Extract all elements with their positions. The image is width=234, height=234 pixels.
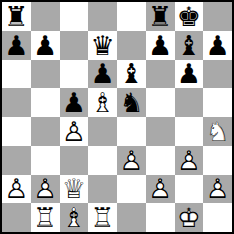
piece-outline-layer: ♙	[203, 175, 232, 204]
square-b4[interactable]	[31, 117, 60, 146]
square-b7[interactable]: ♟	[31, 31, 60, 60]
black-pawn[interactable]: ♟	[60, 88, 89, 117]
square-f6[interactable]	[146, 60, 175, 89]
square-e4[interactable]	[117, 117, 146, 146]
white-pawn[interactable]: ♟♙	[31, 175, 60, 204]
square-g7[interactable]: ♝	[175, 31, 204, 60]
piece-glyph: ♟	[60, 88, 89, 117]
piece-outline-layer: ♖	[88, 203, 117, 232]
square-f3[interactable]	[146, 146, 175, 175]
piece-outline-layer: ♙	[117, 146, 146, 175]
square-g3[interactable]: ♟♙	[175, 146, 204, 175]
piece-fill-layer: ♚	[175, 203, 204, 232]
white-pawn[interactable]: ♟♙	[60, 117, 89, 146]
black-pawn[interactable]: ♟	[175, 60, 204, 89]
black-pawn[interactable]: ♟	[88, 60, 117, 89]
black-pawn[interactable]: ♟	[146, 31, 175, 60]
piece-fill-layer: ♟	[117, 146, 146, 175]
piece-glyph: ♟	[2, 31, 31, 60]
square-h1[interactable]	[203, 203, 232, 232]
piece-fill-layer: ♝	[60, 203, 89, 232]
white-bishop[interactable]: ♝♗	[88, 88, 117, 117]
piece-glyph: ♟	[203, 31, 232, 60]
white-king[interactable]: ♚♔	[175, 203, 204, 232]
square-f5[interactable]	[146, 88, 175, 117]
piece-glyph: ♟	[31, 31, 60, 60]
black-knight[interactable]: ♞	[117, 88, 146, 117]
square-e1[interactable]	[117, 203, 146, 232]
square-d1[interactable]: ♜♖	[88, 203, 117, 232]
square-b8[interactable]	[31, 2, 60, 31]
piece-fill-layer: ♜	[31, 203, 60, 232]
piece-glyph: ♚	[175, 2, 204, 31]
square-a7[interactable]: ♟	[2, 31, 31, 60]
square-a1[interactable]	[2, 203, 31, 232]
square-g1[interactable]: ♚♔	[175, 203, 204, 232]
square-e5[interactable]: ♞	[117, 88, 146, 117]
square-f7[interactable]: ♟	[146, 31, 175, 60]
square-h4[interactable]: ♞♘	[203, 117, 232, 146]
square-d2[interactable]	[88, 175, 117, 204]
piece-fill-layer: ♟	[203, 175, 232, 204]
piece-fill-layer: ♟	[31, 175, 60, 204]
square-h6[interactable]	[203, 60, 232, 89]
square-e8[interactable]	[117, 2, 146, 31]
square-c2[interactable]: ♛♕	[60, 175, 89, 204]
square-d3[interactable]	[88, 146, 117, 175]
piece-outline-layer: ♔	[175, 203, 204, 232]
piece-outline-layer: ♙	[146, 175, 175, 204]
square-a6[interactable]	[2, 60, 31, 89]
square-e7[interactable]	[117, 31, 146, 60]
square-c6[interactable]	[60, 60, 89, 89]
white-knight[interactable]: ♞♘	[203, 117, 232, 146]
square-f8[interactable]: ♜	[146, 2, 175, 31]
piece-outline-layer: ♖	[31, 203, 60, 232]
white-pawn[interactable]: ♟♙	[175, 146, 204, 175]
piece-glyph: ♝	[117, 60, 146, 89]
square-f2[interactable]: ♟♙	[146, 175, 175, 204]
white-bishop[interactable]: ♝♗	[60, 203, 89, 232]
square-c8[interactable]	[60, 2, 89, 31]
square-a4[interactable]	[2, 117, 31, 146]
piece-fill-layer: ♟	[2, 175, 31, 204]
square-a2[interactable]: ♟♙	[2, 175, 31, 204]
piece-glyph: ♝	[175, 31, 204, 60]
square-c7[interactable]	[60, 31, 89, 60]
white-pawn[interactable]: ♟♙	[2, 175, 31, 204]
white-pawn[interactable]: ♟♙	[146, 175, 175, 204]
square-g2[interactable]	[175, 175, 204, 204]
square-c4[interactable]: ♟♙	[60, 117, 89, 146]
black-pawn[interactable]: ♟	[31, 31, 60, 60]
black-pawn[interactable]: ♟	[2, 31, 31, 60]
square-h3[interactable]	[203, 146, 232, 175]
piece-glyph: ♟	[88, 60, 117, 89]
white-pawn[interactable]: ♟♙	[117, 146, 146, 175]
piece-glyph: ♛	[88, 31, 117, 60]
piece-outline-layer: ♕	[60, 175, 89, 204]
piece-glyph: ♞	[117, 88, 146, 117]
white-rook[interactable]: ♜♖	[88, 203, 117, 232]
square-c3[interactable]	[60, 146, 89, 175]
square-d5[interactable]: ♝♗	[88, 88, 117, 117]
piece-fill-layer: ♞	[203, 117, 232, 146]
white-queen[interactable]: ♛♕	[60, 175, 89, 204]
square-g6[interactable]: ♟	[175, 60, 204, 89]
square-b6[interactable]	[31, 60, 60, 89]
piece-fill-layer: ♜	[88, 203, 117, 232]
square-h8[interactable]	[203, 2, 232, 31]
square-g8[interactable]: ♚	[175, 2, 204, 31]
square-b3[interactable]	[31, 146, 60, 175]
square-c5[interactable]: ♟	[60, 88, 89, 117]
black-bishop[interactable]: ♝	[117, 60, 146, 89]
square-h7[interactable]: ♟	[203, 31, 232, 60]
piece-glyph: ♜	[146, 2, 175, 31]
black-king[interactable]: ♚	[175, 2, 204, 31]
square-f4[interactable]	[146, 117, 175, 146]
piece-outline-layer: ♙	[31, 175, 60, 204]
piece-fill-layer: ♟	[146, 175, 175, 204]
square-a8[interactable]: ♜	[2, 2, 31, 31]
square-a3[interactable]	[2, 146, 31, 175]
piece-glyph: ♟	[146, 31, 175, 60]
square-g5[interactable]	[175, 88, 204, 117]
piece-outline-layer: ♗	[88, 88, 117, 117]
square-b2[interactable]: ♟♙	[31, 175, 60, 204]
square-b5[interactable]	[31, 88, 60, 117]
square-h2[interactable]: ♟♙	[203, 175, 232, 204]
piece-fill-layer: ♟	[60, 117, 89, 146]
square-b1[interactable]: ♜♖	[31, 203, 60, 232]
piece-outline-layer: ♘	[203, 117, 232, 146]
square-d7[interactable]: ♛	[88, 31, 117, 60]
black-queen[interactable]: ♛	[88, 31, 117, 60]
piece-fill-layer: ♛	[60, 175, 89, 204]
white-rook[interactable]: ♜♖	[31, 203, 60, 232]
black-pawn[interactable]: ♟	[203, 31, 232, 60]
square-c1[interactable]: ♝♗	[60, 203, 89, 232]
square-e6[interactable]: ♝	[117, 60, 146, 89]
black-rook[interactable]: ♜	[146, 2, 175, 31]
piece-outline-layer: ♗	[60, 203, 89, 232]
piece-outline-layer: ♙	[60, 117, 89, 146]
square-e2[interactable]	[117, 175, 146, 204]
piece-outline-layer: ♙	[2, 175, 31, 204]
square-h5[interactable]	[203, 88, 232, 117]
square-f1[interactable]	[146, 203, 175, 232]
white-pawn[interactable]: ♟♙	[203, 175, 232, 204]
piece-glyph: ♜	[2, 2, 31, 31]
chess-board: ♜♜♚♟♟♛♟♝♟♟♝♟♟♝♗♞♟♙♞♘♟♙♟♙♟♙♟♙♛♕♟♙♟♙♜♖♝♗♜♖…	[0, 0, 234, 234]
square-d6[interactable]: ♟	[88, 60, 117, 89]
black-rook[interactable]: ♜	[2, 2, 31, 31]
piece-outline-layer: ♙	[175, 146, 204, 175]
square-a5[interactable]	[2, 88, 31, 117]
square-d8[interactable]	[88, 2, 117, 31]
black-bishop[interactable]: ♝	[175, 31, 204, 60]
square-e3[interactable]: ♟♙	[117, 146, 146, 175]
piece-fill-layer: ♝	[88, 88, 117, 117]
square-d4[interactable]	[88, 117, 117, 146]
piece-fill-layer: ♟	[175, 146, 204, 175]
piece-glyph: ♟	[175, 60, 204, 89]
square-g4[interactable]	[175, 117, 204, 146]
